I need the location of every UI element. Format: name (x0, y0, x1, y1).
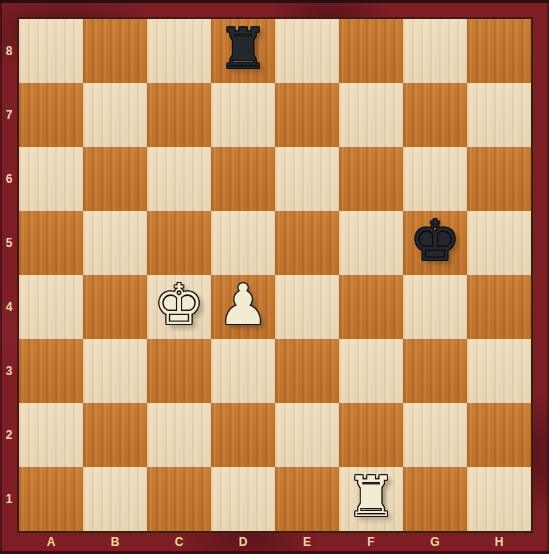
square-d1[interactable] (211, 467, 275, 531)
file-label-g: G (403, 533, 467, 551)
square-g8[interactable] (403, 19, 467, 83)
file-label-f: F (339, 533, 403, 551)
square-a8[interactable] (19, 19, 83, 83)
square-h8[interactable] (467, 19, 531, 83)
black-rook[interactable]: ♜ (218, 21, 268, 77)
square-g1[interactable] (403, 467, 467, 531)
black-king[interactable]: ♚ (410, 213, 460, 269)
square-g7[interactable] (403, 83, 467, 147)
file-label-h: H (467, 533, 531, 551)
square-f1[interactable]: ♜ (339, 467, 403, 531)
square-a6[interactable] (19, 147, 83, 211)
square-g3[interactable] (403, 339, 467, 403)
square-h6[interactable] (467, 147, 531, 211)
square-b1[interactable] (83, 467, 147, 531)
square-h3[interactable] (467, 339, 531, 403)
square-f8[interactable] (339, 19, 403, 83)
square-e3[interactable] (275, 339, 339, 403)
square-b4[interactable] (83, 275, 147, 339)
square-b2[interactable] (83, 403, 147, 467)
square-d7[interactable] (211, 83, 275, 147)
square-b8[interactable] (83, 19, 147, 83)
square-a5[interactable] (19, 211, 83, 275)
square-f7[interactable] (339, 83, 403, 147)
rank-labels: 87654321 (0, 19, 18, 531)
square-e8[interactable] (275, 19, 339, 83)
square-h2[interactable] (467, 403, 531, 467)
square-c1[interactable] (147, 467, 211, 531)
square-a1[interactable] (19, 467, 83, 531)
rank-label-7: 7 (0, 83, 18, 147)
rank-label-4: 4 (0, 275, 18, 339)
square-a7[interactable] (19, 83, 83, 147)
square-c2[interactable] (147, 403, 211, 467)
file-labels: ABCDEFGH (19, 533, 531, 551)
rank-label-2: 2 (0, 403, 18, 467)
square-d2[interactable] (211, 403, 275, 467)
rank-label-8: 8 (0, 19, 18, 83)
square-c4[interactable]: ♚ (147, 275, 211, 339)
white-pawn[interactable]: ♟ (218, 277, 268, 333)
square-g2[interactable] (403, 403, 467, 467)
square-f4[interactable] (339, 275, 403, 339)
file-label-b: B (83, 533, 147, 551)
square-d4[interactable]: ♟ (211, 275, 275, 339)
square-e1[interactable] (275, 467, 339, 531)
rank-label-5: 5 (0, 211, 18, 275)
rank-label-1: 1 (0, 467, 18, 531)
file-label-e: E (275, 533, 339, 551)
white-king[interactable]: ♚ (154, 277, 204, 333)
file-label-d: D (211, 533, 275, 551)
square-c3[interactable] (147, 339, 211, 403)
square-g4[interactable] (403, 275, 467, 339)
square-e5[interactable] (275, 211, 339, 275)
square-h7[interactable] (467, 83, 531, 147)
square-e4[interactable] (275, 275, 339, 339)
file-label-a: A (19, 533, 83, 551)
square-a2[interactable] (19, 403, 83, 467)
white-rook[interactable]: ♜ (346, 469, 396, 525)
square-a3[interactable] (19, 339, 83, 403)
square-b6[interactable] (83, 147, 147, 211)
square-d6[interactable] (211, 147, 275, 211)
square-g6[interactable] (403, 147, 467, 211)
square-h4[interactable] (467, 275, 531, 339)
square-h1[interactable] (467, 467, 531, 531)
square-c6[interactable] (147, 147, 211, 211)
square-e2[interactable] (275, 403, 339, 467)
square-d8[interactable]: ♜ (211, 19, 275, 83)
chessboard-frame: 87654321 ABCDEFGH ♜♚♚♟♜ (0, 0, 549, 554)
rank-label-3: 3 (0, 339, 18, 403)
square-c8[interactable] (147, 19, 211, 83)
square-f6[interactable] (339, 147, 403, 211)
square-h5[interactable] (467, 211, 531, 275)
square-d5[interactable] (211, 211, 275, 275)
square-c5[interactable] (147, 211, 211, 275)
square-b3[interactable] (83, 339, 147, 403)
square-f5[interactable] (339, 211, 403, 275)
square-b5[interactable] (83, 211, 147, 275)
square-e7[interactable] (275, 83, 339, 147)
square-d3[interactable] (211, 339, 275, 403)
file-label-c: C (147, 533, 211, 551)
square-b7[interactable] (83, 83, 147, 147)
square-c7[interactable] (147, 83, 211, 147)
square-e6[interactable] (275, 147, 339, 211)
square-f2[interactable] (339, 403, 403, 467)
square-f3[interactable] (339, 339, 403, 403)
board: ♜♚♚♟♜ (19, 19, 531, 531)
rank-label-6: 6 (0, 147, 18, 211)
square-a4[interactable] (19, 275, 83, 339)
square-g5[interactable]: ♚ (403, 211, 467, 275)
